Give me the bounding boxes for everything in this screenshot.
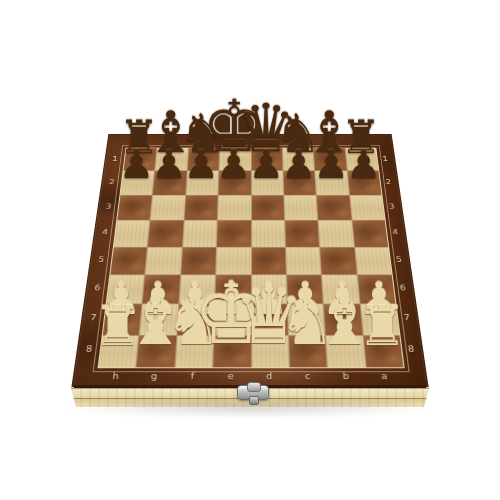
square-b3 (317, 195, 351, 220)
square-g2 (153, 171, 186, 194)
square-a8 (363, 336, 403, 368)
square-b4 (319, 221, 354, 247)
square-e3 (218, 195, 251, 220)
square-h7 (103, 305, 142, 335)
file-label-c: c (288, 366, 327, 386)
square-a1 (345, 148, 378, 170)
file-label-b: b (326, 366, 366, 386)
square-f3 (184, 195, 217, 220)
square-d1 (251, 148, 282, 170)
square-b2 (315, 171, 348, 194)
square-a3 (350, 195, 385, 220)
square-g6 (143, 275, 180, 304)
square-c8 (289, 336, 327, 368)
square-c4 (285, 221, 319, 247)
square-g4 (148, 221, 183, 247)
file-label-g: g (134, 366, 174, 386)
square-c6 (287, 275, 323, 304)
square-h8 (99, 336, 139, 368)
square-a6 (357, 275, 395, 304)
square-c5 (286, 247, 321, 274)
square-c1 (283, 148, 315, 170)
file-label-e: e (211, 366, 250, 386)
chessboard-squares (97, 148, 404, 369)
board-shadow (62, 398, 438, 418)
square-d5 (252, 247, 286, 274)
square-f8 (175, 336, 213, 368)
file-label-a: a (364, 366, 405, 386)
square-f6 (179, 275, 215, 304)
square-g3 (151, 195, 185, 220)
square-d2 (251, 171, 283, 194)
square-b1 (314, 148, 346, 170)
square-h4 (114, 221, 150, 247)
square-h5 (110, 247, 147, 274)
square-h3 (117, 195, 152, 220)
square-g1 (155, 148, 187, 170)
square-c7 (288, 305, 325, 335)
square-h6 (107, 275, 145, 304)
square-a2 (347, 171, 381, 194)
square-h1 (123, 148, 156, 170)
square-a4 (352, 221, 388, 247)
square-d3 (251, 195, 284, 220)
square-c2 (283, 171, 316, 194)
square-e2 (219, 171, 251, 194)
square-g5 (146, 247, 182, 274)
chessboard-frame: 12345678 12345678 hgfedcba (71, 134, 428, 387)
square-f5 (181, 247, 216, 274)
chess-set-product-photo: 12345678 12345678 hgfedcba ♜♝♞♚♛♞♝♜♟♟♟♟♟… (0, 0, 500, 500)
square-a7 (360, 305, 399, 335)
file-label-f: f (173, 366, 212, 386)
square-f4 (183, 221, 217, 247)
square-g8 (137, 336, 176, 368)
file-label-h: h (95, 366, 136, 386)
square-d6 (252, 275, 287, 304)
square-b5 (320, 247, 356, 274)
square-f1 (187, 148, 219, 170)
square-d7 (252, 305, 288, 335)
square-e1 (219, 148, 250, 170)
square-b7 (324, 305, 362, 335)
square-c3 (284, 195, 317, 220)
square-g7 (140, 305, 178, 335)
square-a5 (355, 247, 392, 274)
square-e4 (217, 221, 250, 247)
square-b8 (326, 336, 365, 368)
chessboard-perspective-wrap: 12345678 12345678 hgfedcba (71, 134, 428, 387)
square-e5 (216, 247, 250, 274)
square-f2 (186, 171, 219, 194)
square-e7 (214, 305, 250, 335)
square-d8 (252, 336, 289, 368)
square-h2 (120, 171, 154, 194)
square-d4 (251, 221, 284, 247)
square-e8 (213, 336, 250, 368)
square-b6 (322, 275, 359, 304)
square-e6 (215, 275, 250, 304)
square-f7 (177, 305, 214, 335)
